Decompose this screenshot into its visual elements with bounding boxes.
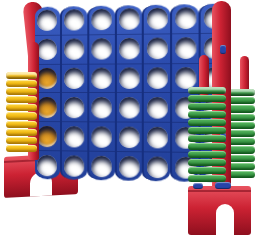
board-cell [144,5,170,35]
stored-disc-green [188,87,226,94]
stored-disc-stack-yellow [6,72,37,152]
board-cell [62,122,87,151]
board-column [60,6,87,180]
stored-disc-green [188,167,226,174]
board-cell [117,123,143,153]
board-cell [144,152,170,181]
stored-disc-stack-green-front [188,87,226,182]
stored-disc-yellow [6,137,37,144]
blue-clip [215,182,231,189]
stored-disc-green [228,97,255,104]
board-cell [89,35,114,64]
stored-disc-green [188,159,226,166]
stored-disc-stack-green-rear [228,89,255,178]
board-hole [37,68,57,89]
stored-disc-green [228,105,255,112]
board-cell [172,4,198,34]
stored-disc-green [188,111,226,118]
board-hole [37,97,57,118]
board-hole [147,97,168,119]
stored-disc-green [228,89,255,96]
board-hole [64,10,84,31]
board-hole [37,39,57,60]
board-cell [62,35,87,64]
board-cell [144,123,170,153]
stored-disc-yellow [6,80,37,87]
board-hole [119,38,140,60]
board-hole [147,126,168,148]
stored-disc-yellow [6,104,37,111]
board-hole [64,39,84,60]
board-hole [119,156,140,178]
board-cell [62,64,87,93]
board-hole [91,68,111,89]
board-hole [64,97,84,118]
stored-disc-green [188,103,226,110]
board-hole [119,97,140,118]
board-hole [64,68,84,89]
board-cell [144,34,170,64]
stored-disc-green [188,119,226,126]
board-cell [117,152,143,181]
right-leg [188,186,251,235]
board-hole [64,155,84,176]
board-hole [175,67,196,89]
board-cell [117,35,143,65]
board-hole [119,126,140,148]
board-hole [37,126,57,147]
board-cell [172,34,198,64]
board-cell [144,64,170,94]
stored-disc-green [228,130,255,137]
stored-disc-green [188,127,226,134]
board-hole [91,126,111,147]
giant-connect-four-product-photo [0,0,255,240]
stored-disc-yellow [6,72,37,79]
board-hole [119,9,140,31]
stored-disc-yellow [6,88,37,95]
board-hole [91,38,111,59]
board-cell [89,152,114,181]
stored-disc-green [228,155,255,162]
stored-disc-yellow [6,96,37,103]
board-column [87,6,114,181]
board-hole [147,156,168,178]
board-cell [89,93,114,122]
board-cell [89,64,114,93]
blue-clip [193,183,203,189]
board-column [114,5,142,181]
stored-disc-green [228,171,255,178]
board-column [142,5,170,182]
stored-disc-green [228,114,255,121]
stored-disc-green [188,143,226,150]
board-cell [62,6,87,35]
board-hole [147,67,168,89]
stored-disc-green [188,175,226,182]
stored-disc-green [188,95,226,102]
board-hole [91,97,111,118]
stored-disc-yellow [6,145,37,152]
right-leg-arch-cutout [216,204,234,235]
board-hole [175,8,196,30]
board-hole [119,68,140,89]
stored-disc-green [188,135,226,142]
board-cell [117,93,143,122]
board-cell [89,123,114,152]
board-hole [175,37,196,59]
stored-disc-yellow [6,121,37,128]
stored-disc-green [188,151,226,158]
board-cell [117,64,143,93]
board-cell [62,151,87,179]
stored-disc-green [228,163,255,170]
board-hole [37,155,57,176]
board-cell [35,7,60,36]
board-cell [117,5,143,35]
board-cell [144,93,170,123]
board-cell [62,93,87,122]
stored-disc-green [228,138,255,145]
board-hole [91,155,111,177]
board-hole [91,9,111,31]
board-hole [147,8,168,30]
board-cell [89,6,114,36]
stored-disc-yellow [6,112,37,119]
board-hole [147,38,168,60]
board-hole [64,126,84,147]
stored-disc-yellow [6,129,37,136]
post-knob-icon [220,45,226,54]
board-hole [37,10,57,31]
stored-disc-green [228,146,255,153]
stored-disc-green [228,122,255,129]
